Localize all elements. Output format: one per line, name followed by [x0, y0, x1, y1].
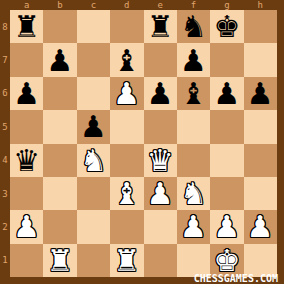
square-f5[interactable] [177, 110, 210, 143]
square-b5[interactable] [43, 110, 76, 143]
black-pawn: ♟ [147, 77, 174, 110]
rank-label-1: 1 [0, 244, 10, 277]
square-h3[interactable] [244, 177, 277, 210]
square-a6[interactable]: ♟ [10, 77, 43, 110]
white-bishop: ♝ [113, 177, 140, 210]
square-d2[interactable] [110, 210, 143, 243]
square-c4[interactable]: ♞ [77, 144, 110, 177]
square-e7[interactable] [144, 43, 177, 76]
black-rook: ♜ [147, 10, 174, 43]
square-f1[interactable] [177, 244, 210, 277]
square-g7[interactable] [210, 43, 243, 76]
white-pawn: ♟ [247, 210, 274, 243]
black-pawn: ♟ [180, 44, 207, 77]
square-c6[interactable] [77, 77, 110, 110]
square-c1[interactable] [77, 244, 110, 277]
square-h7[interactable] [244, 43, 277, 76]
square-f4[interactable] [177, 144, 210, 177]
square-h5[interactable] [244, 110, 277, 143]
square-e8[interactable]: ♜ [144, 10, 177, 43]
chess-diagram: abcdefgh 87654321 ♜♜♞♚♟♝♟♟♟♟♝♟♟♟♛♞♛♝♟♞♟♟… [0, 0, 284, 284]
white-pawn: ♟ [213, 210, 240, 243]
rank-label-6: 6 [0, 77, 10, 110]
rank-label-2: 2 [0, 210, 10, 243]
black-pawn: ♟ [247, 77, 274, 110]
square-b7[interactable]: ♟ [43, 43, 76, 76]
black-queen: ♛ [13, 144, 40, 177]
square-g5[interactable] [210, 110, 243, 143]
square-a7[interactable] [10, 43, 43, 76]
square-d5[interactable] [110, 110, 143, 143]
square-c2[interactable] [77, 210, 110, 243]
square-g4[interactable] [210, 144, 243, 177]
black-pawn: ♟ [213, 77, 240, 110]
rank-labels: 87654321 [0, 10, 10, 277]
white-rook: ♜ [113, 244, 140, 277]
square-a4[interactable]: ♛ [10, 144, 43, 177]
square-a8[interactable]: ♜ [10, 10, 43, 43]
rank-label-4: 4 [0, 144, 10, 177]
square-h6[interactable]: ♟ [244, 77, 277, 110]
square-b3[interactable] [43, 177, 76, 210]
square-e2[interactable] [144, 210, 177, 243]
white-knight: ♞ [80, 144, 107, 177]
square-d3[interactable]: ♝ [110, 177, 143, 210]
black-bishop: ♝ [113, 44, 140, 77]
black-pawn: ♟ [47, 44, 74, 77]
black-pawn: ♟ [13, 77, 40, 110]
square-e1[interactable] [144, 244, 177, 277]
square-e3[interactable]: ♟ [144, 177, 177, 210]
square-d8[interactable] [110, 10, 143, 43]
square-d4[interactable] [110, 144, 143, 177]
white-pawn: ♟ [180, 210, 207, 243]
square-h2[interactable]: ♟ [244, 210, 277, 243]
square-f7[interactable]: ♟ [177, 43, 210, 76]
black-pawn: ♟ [80, 110, 107, 143]
square-c8[interactable] [77, 10, 110, 43]
rank-label-5: 5 [0, 110, 10, 143]
black-knight: ♞ [180, 10, 207, 43]
square-g1[interactable]: ♚ [210, 244, 243, 277]
white-knight: ♞ [180, 177, 207, 210]
file-labels: abcdefgh [10, 0, 277, 10]
square-h8[interactable] [244, 10, 277, 43]
square-a2[interactable]: ♟ [10, 210, 43, 243]
black-bishop: ♝ [180, 77, 207, 110]
square-e6[interactable]: ♟ [144, 77, 177, 110]
square-c7[interactable] [77, 43, 110, 76]
square-f2[interactable]: ♟ [177, 210, 210, 243]
square-b1[interactable]: ♜ [43, 244, 76, 277]
square-g8[interactable]: ♚ [210, 10, 243, 43]
square-c5[interactable]: ♟ [77, 110, 110, 143]
board: ♜♜♞♚♟♝♟♟♟♟♝♟♟♟♛♞♛♝♟♞♟♟♟♟♜♜♚ [10, 10, 277, 277]
white-pawn: ♟ [113, 77, 140, 110]
square-b6[interactable] [43, 77, 76, 110]
rank-label-8: 8 [0, 10, 10, 43]
square-f6[interactable]: ♝ [177, 77, 210, 110]
square-g2[interactable]: ♟ [210, 210, 243, 243]
white-queen: ♛ [147, 144, 174, 177]
white-king: ♚ [213, 244, 240, 277]
square-e4[interactable]: ♛ [144, 144, 177, 177]
square-a5[interactable] [10, 110, 43, 143]
square-d6[interactable]: ♟ [110, 77, 143, 110]
square-f3[interactable]: ♞ [177, 177, 210, 210]
watermark-chessgames: CHESSGAMES.COM [194, 273, 278, 284]
rank-label-3: 3 [0, 177, 10, 210]
square-b4[interactable] [43, 144, 76, 177]
square-d1[interactable]: ♜ [110, 244, 143, 277]
square-f8[interactable]: ♞ [177, 10, 210, 43]
white-rook: ♜ [47, 244, 74, 277]
square-a1[interactable] [10, 244, 43, 277]
square-d7[interactable]: ♝ [110, 43, 143, 76]
square-c3[interactable] [77, 177, 110, 210]
square-e5[interactable] [144, 110, 177, 143]
square-h4[interactable] [244, 144, 277, 177]
square-h1[interactable] [244, 244, 277, 277]
white-pawn: ♟ [147, 177, 174, 210]
square-a3[interactable] [10, 177, 43, 210]
black-rook: ♜ [13, 10, 40, 43]
square-g3[interactable] [210, 177, 243, 210]
rank-label-7: 7 [0, 43, 10, 76]
black-king: ♚ [213, 10, 240, 43]
white-pawn: ♟ [13, 210, 40, 243]
square-b2[interactable] [43, 210, 76, 243]
square-g6[interactable]: ♟ [210, 77, 243, 110]
square-b8[interactable] [43, 10, 76, 43]
